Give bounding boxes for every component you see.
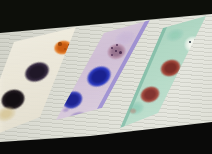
petal-speck — [119, 51, 122, 54]
photo-three-stained-slides — [0, 0, 212, 154]
seed-speck — [191, 46, 194, 49]
orange-speck — [58, 42, 61, 45]
seed-speck — [197, 44, 200, 47]
white-seed-pod — [182, 34, 205, 55]
pink-trace — [128, 107, 138, 115]
dark-plum-pigment-blob — [19, 56, 55, 88]
orange-speck — [68, 44, 70, 46]
stem-streak — [182, 54, 190, 71]
orange-pigment-blob — [50, 36, 75, 57]
crimson-petal-blob-upper — [155, 54, 186, 82]
seed-speck — [194, 39, 198, 43]
